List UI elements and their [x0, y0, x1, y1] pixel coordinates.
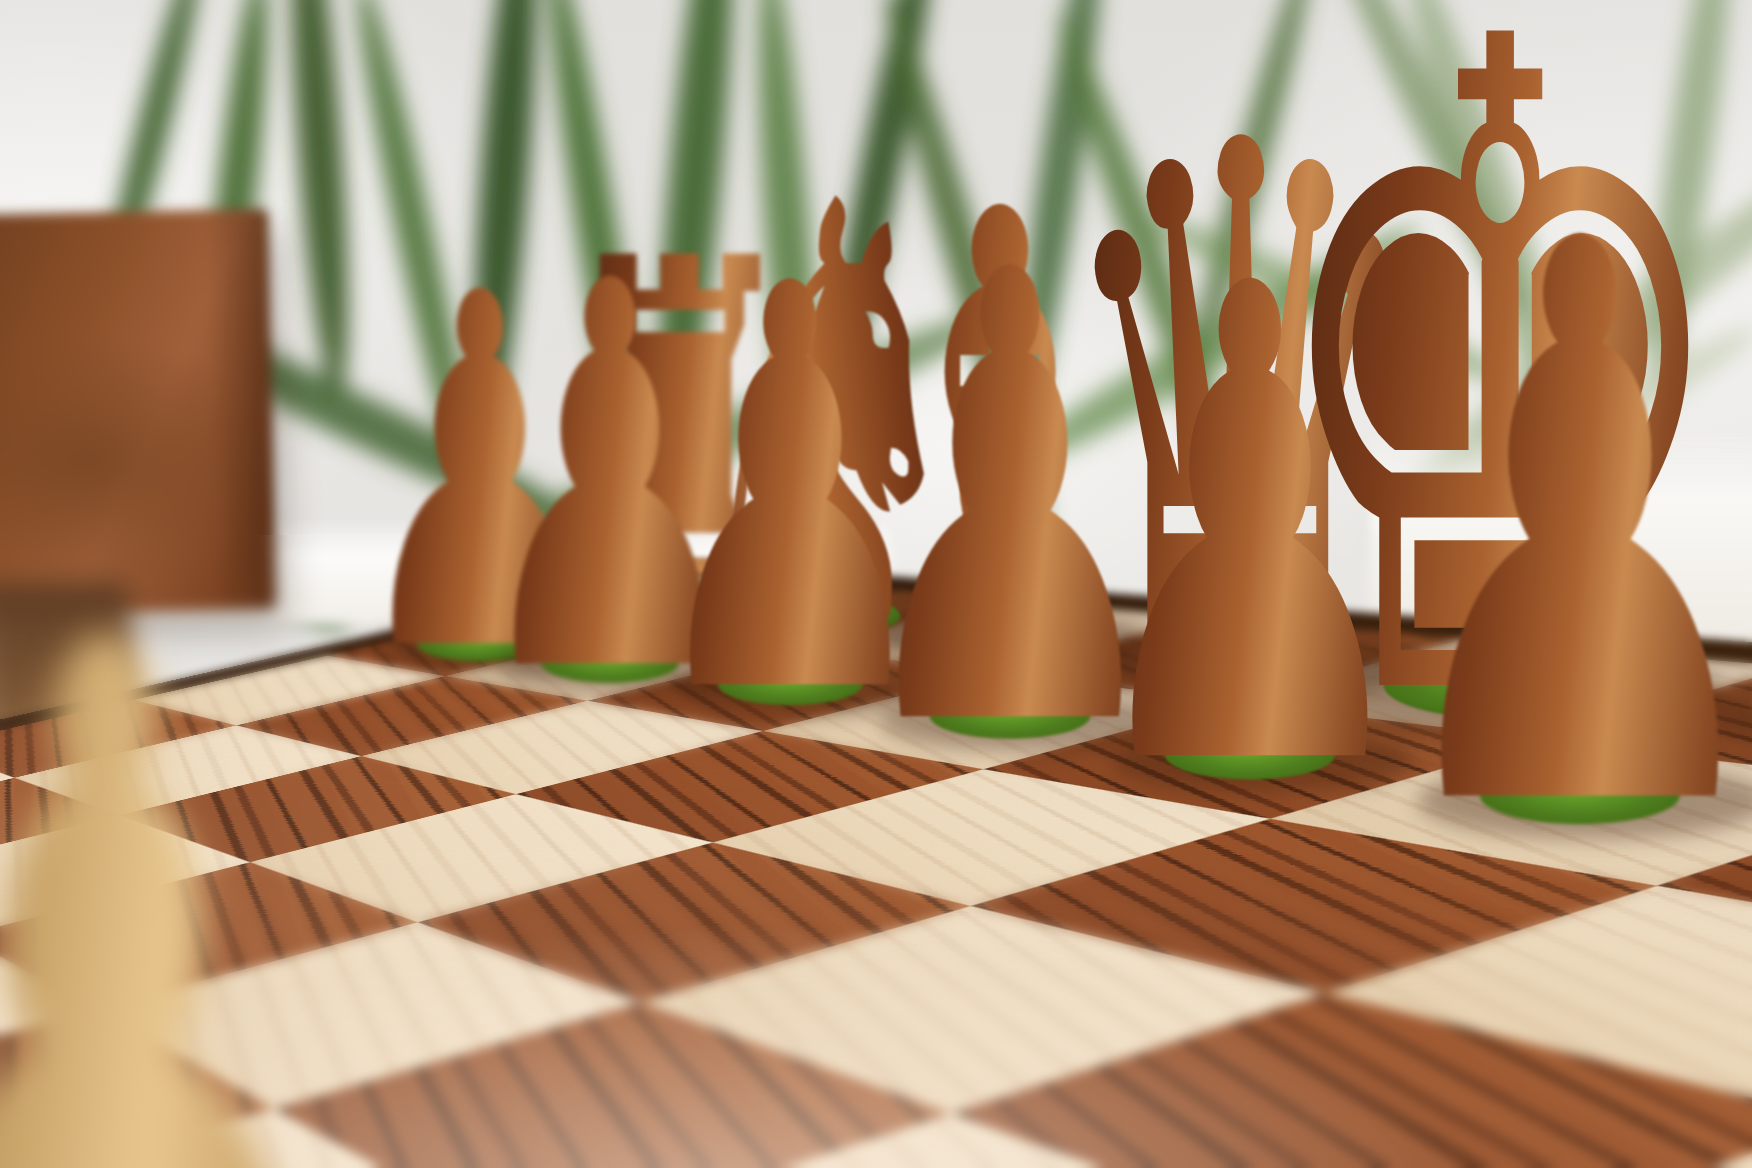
chess-piece-glyph: ♟: [0, 512, 387, 1168]
chess-piece-glyph: ♟: [1373, 144, 1752, 914]
chess-photo-scene: ♜♞♝♛♚♝♟♟♟♟♟♟♟: [0, 0, 1752, 1168]
pieces-layer: ♜♞♝♛♚♝♟♟♟♟♟♟♟: [0, 0, 1752, 1168]
